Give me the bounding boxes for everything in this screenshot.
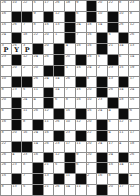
code-number: 11 [76, 185, 80, 189]
code-number: 8 [130, 120, 132, 124]
code-number: 26 [34, 77, 38, 81]
code-number: 12 [23, 55, 27, 59]
code-number: 8 [119, 1, 121, 5]
code-number: 14 [119, 44, 123, 48]
white-cell-r8c1[interactable]: 10 [1, 77, 11, 87]
white-cell-r14c11[interactable]: 17 [108, 142, 118, 152]
white-cell-r14c5[interactable]: 26 [44, 142, 54, 152]
code-number: 8 [34, 23, 36, 27]
code-number: 11 [66, 174, 70, 178]
white-cell-r12c5[interactable]: 11 [44, 120, 54, 130]
white-cell-r7c10[interactable]: 2 [97, 66, 107, 76]
white-cell-r16c13[interactable]: 17 [129, 163, 139, 173]
code-number: 14 [55, 88, 59, 92]
white-cell-r10c6[interactable]: 6 [54, 98, 64, 108]
white-cell-r13c3[interactable]: 16 [22, 131, 32, 141]
code-number: 8 [66, 98, 68, 102]
white-cell-r14c4[interactable]: 14 [33, 142, 43, 152]
code-number: 5 [87, 185, 89, 189]
white-cell-r7c7[interactable]: 1 [65, 66, 75, 76]
white-cell-r4c6[interactable]: 1 [54, 33, 64, 43]
white-cell-r4c8[interactable]: 7 [76, 33, 86, 43]
white-cell-r1c2[interactable]: 10 [12, 1, 22, 11]
code-number: 17 [108, 142, 112, 146]
code-number: 20 [98, 1, 102, 5]
white-cell-r1c13[interactable]: 23 [129, 1, 139, 11]
white-cell-r4c4[interactable]: 22 [33, 33, 43, 43]
white-cell-r1c7[interactable]: 18 [65, 1, 75, 11]
white-cell-r3c9[interactable]: 18 [87, 23, 97, 33]
black-cell-r2c2 [12, 12, 22, 22]
code-number: 22 [87, 131, 91, 135]
white-cell-r3c4[interactable]: 8 [33, 23, 43, 33]
white-cell-r17c11[interactable]: 8 [108, 174, 118, 184]
white-cell-r11c3[interactable]: 11 [22, 109, 32, 119]
black-cell-r2c11 [108, 12, 118, 22]
code-number: 6 [76, 163, 78, 167]
white-cell-r18c7[interactable]: 14 [65, 185, 75, 195]
code-number: 15 [44, 23, 48, 27]
white-cell-r10c9[interactable]: 10 [87, 98, 97, 108]
black-cell-r3c7 [65, 23, 75, 33]
code-number: 2 [87, 174, 89, 178]
code-number: 18 [23, 33, 27, 37]
code-number: 16 [2, 120, 6, 124]
code-number: 20 [87, 88, 91, 92]
white-cell-r12c8[interactable]: 12 [76, 120, 86, 130]
code-number: 7 [76, 33, 78, 37]
white-cell-r16c8[interactable]: 6 [76, 163, 86, 173]
black-cell-r17c12 [119, 174, 129, 184]
white-cell-r1c5[interactable]: 17 [44, 1, 54, 11]
code-number: 26 [108, 88, 112, 92]
code-number: 18 [87, 23, 91, 27]
white-cell-r11c1[interactable]: 6 [1, 109, 11, 119]
white-cell-r16c9[interactable]: 2 [87, 163, 97, 173]
white-cell-r3c5[interactable]: 15 [44, 23, 54, 33]
white-cell-r10c7[interactable]: 8 [65, 98, 75, 108]
white-cell-r11c7[interactable]: 15 [65, 109, 75, 119]
code-number: 24 [87, 66, 91, 70]
white-cell-r14c7[interactable]: 17 [65, 142, 75, 152]
white-cell-r8c5[interactable]: 24 [44, 77, 54, 87]
white-cell-r12c13[interactable]: 8 [129, 120, 139, 130]
black-cell-r2c5 [44, 12, 54, 22]
code-number: 17 [44, 1, 48, 5]
white-cell-r5c5[interactable]: 20 [44, 44, 54, 54]
white-cell-r7c9[interactable]: 24 [87, 66, 97, 76]
code-number: 7 [23, 23, 25, 27]
white-cell-r3c12[interactable]: 26 [119, 23, 129, 33]
white-cell-r6c13[interactable]: 14 [129, 55, 139, 65]
code-number: 12 [55, 153, 59, 157]
white-cell-r14c9[interactable]: 20 [87, 142, 97, 152]
white-cell-r18c5[interactable]: 21 [44, 185, 54, 195]
white-cell-r10c1[interactable]: 20 [1, 98, 11, 108]
black-cell-r17c8 [76, 174, 86, 184]
white-cell-r13c2[interactable]: 20 [12, 131, 22, 141]
code-number: 20 [108, 185, 112, 189]
white-cell-r12c9[interactable]: 20 [87, 120, 97, 130]
white-cell-r12c7[interactable]: 10 [65, 120, 75, 130]
white-cell-r16c11[interactable]: 15 [108, 163, 118, 173]
white-cell-r1c3[interactable]: 22 [22, 1, 32, 11]
white-cell-r7c13[interactable]: 19 [129, 66, 139, 76]
code-number: 16 [87, 44, 91, 48]
code-number: 13 [130, 44, 134, 48]
white-cell-r7c2[interactable]: 20 [12, 66, 22, 76]
code-number: 11 [44, 120, 48, 124]
white-cell-r3c3[interactable]: 7 [22, 23, 32, 33]
white-cell-r16c1[interactable]: 26 [1, 163, 11, 173]
white-cell-r5c3[interactable]: 3P [22, 44, 32, 54]
white-cell-r9c4[interactable]: 11 [33, 88, 43, 98]
code-number: 15 [2, 174, 6, 178]
white-cell-r18c11[interactable]: 20 [108, 185, 118, 195]
white-cell-r4c11[interactable]: 5 [108, 33, 118, 43]
white-cell-r10c4[interactable]: 4 [33, 98, 43, 108]
white-cell-r2c12[interactable]: 10 [119, 12, 129, 22]
black-cell-r9c5 [44, 88, 54, 98]
white-cell-r13c5[interactable]: 16 [44, 131, 54, 141]
white-cell-r16c5[interactable]: 21 [44, 163, 54, 173]
code-number: 26 [55, 185, 59, 189]
white-cell-r16c3[interactable]: 8 [22, 163, 32, 173]
white-cell-r10c10[interactable]: 23 [97, 98, 107, 108]
code-number: 13 [44, 174, 48, 178]
white-cell-r6c10[interactable]: 5 [97, 55, 107, 65]
white-cell-r5c7[interactable]: 4 [65, 44, 75, 54]
code-number: 10 [66, 120, 70, 124]
white-cell-r18c1[interactable]: 8 [1, 185, 11, 195]
white-cell-r18c2[interactable]: 13 [12, 185, 22, 195]
white-cell-r16c12[interactable]: 14 [119, 163, 129, 173]
white-cell-r14c8[interactable]: 11 [76, 142, 86, 152]
code-number: 4 [66, 44, 68, 48]
white-cell-r9c7[interactable]: 7 [65, 88, 75, 98]
white-cell-r2c13[interactable]: 8 [129, 12, 139, 22]
white-cell-r6c1[interactable]: 23 [1, 55, 11, 65]
code-number: 19 [130, 66, 134, 70]
white-cell-r13c7[interactable]: 23 [65, 131, 75, 141]
black-cell-r11c12 [119, 109, 129, 119]
white-cell-r12c6[interactable]: 26 [54, 120, 64, 130]
white-cell-r18c8[interactable]: 11 [76, 185, 86, 195]
white-cell-r16c6[interactable]: 5 [54, 163, 64, 173]
code-number: 10 [2, 77, 6, 81]
white-cell-r17c3[interactable]: 7 [22, 174, 32, 184]
code-number: 20 [66, 55, 70, 59]
white-cell-r17c13[interactable]: 4 [129, 174, 139, 184]
given-letter: Y [12, 46, 22, 54]
code-number: 14 [34, 142, 38, 146]
code-number: 15 [130, 98, 134, 102]
white-cell-r5c9[interactable]: 16 [87, 44, 97, 54]
code-number: 11 [23, 109, 27, 113]
white-cell-r6c12[interactable]: 6 [119, 55, 129, 65]
white-cell-r5c8[interactable]: 16 [76, 44, 86, 54]
black-cell-r11c2 [12, 109, 22, 119]
black-cell-r13c10 [97, 131, 107, 141]
white-cell-r12c11[interactable]: 6 [108, 120, 118, 130]
white-cell-r13c4[interactable]: 24 [33, 131, 43, 141]
code-number: 4 [119, 142, 121, 146]
white-cell-r15c2[interactable]: 4 [12, 153, 22, 163]
white-cell-r14c12[interactable]: 4 [119, 142, 129, 152]
code-number: 5 [23, 88, 25, 92]
code-number: 14 [119, 88, 123, 92]
code-number: 1 [55, 33, 57, 37]
white-cell-r6c9[interactable]: 16 [87, 55, 97, 65]
white-cell-r7c4[interactable]: 20 [33, 66, 43, 76]
white-cell-r11c13[interactable]: 6 [129, 109, 139, 119]
white-cell-r10c12[interactable]: 18 [119, 98, 129, 108]
white-cell-r2c6[interactable]: 12 [54, 12, 64, 22]
black-cell-r4c10 [97, 33, 107, 43]
code-number: 24 [98, 109, 102, 113]
white-cell-r18c6[interactable]: 26 [54, 185, 64, 195]
code-number: 8 [2, 88, 4, 92]
white-cell-r5c13[interactable]: 13 [129, 44, 139, 54]
white-cell-r3c13[interactable]: 12 [129, 23, 139, 33]
white-cell-r12c12[interactable]: 12 [119, 120, 129, 130]
white-cell-r9c8[interactable]: 15 [76, 88, 86, 98]
white-cell-r18c12[interactable]: 17 [119, 185, 129, 195]
white-cell-r3c8[interactable]: 24 [76, 23, 86, 33]
code-number: 16 [87, 109, 91, 113]
code-number: 15 [2, 23, 6, 27]
white-cell-r5c2[interactable]: 25Y [12, 44, 22, 54]
white-cell-r16c2[interactable]: 23 [12, 163, 22, 173]
white-cell-r1c4[interactable]: 5 [33, 1, 43, 11]
white-cell-r7c3[interactable]: 2 [22, 66, 32, 76]
code-number: 4 [34, 98, 36, 102]
code-number: 8 [87, 77, 89, 81]
code-number: 2 [87, 163, 89, 167]
black-cell-r10c11 [108, 98, 118, 108]
code-number: 20 [12, 66, 16, 70]
white-cell-r9c9[interactable]: 20 [87, 88, 97, 98]
white-cell-r6c4[interactable]: 24 [33, 55, 43, 65]
white-cell-r7c1[interactable]: 8 [1, 66, 11, 76]
white-cell-r15c11[interactable]: 24 [108, 153, 118, 163]
white-cell-r9c3[interactable]: 5 [22, 88, 32, 98]
code-number: 15 [66, 109, 70, 113]
white-cell-r4c9[interactable]: 16 [87, 33, 97, 43]
black-cell-r8c3 [22, 77, 32, 87]
white-cell-r9c13[interactable]: 24 [129, 88, 139, 98]
white-cell-r10c3[interactable]: 24 [22, 98, 32, 108]
black-cell-r2c3 [22, 12, 32, 22]
black-cell-r4c7 [65, 33, 75, 43]
black-cell-r8c8 [76, 77, 86, 87]
black-cell-r7c5 [44, 66, 54, 76]
white-cell-r18c13[interactable]: 12 [129, 185, 139, 195]
white-cell-r12c1[interactable]: 16 [1, 120, 11, 130]
code-number: 26 [34, 109, 38, 113]
code-number: 20 [87, 120, 91, 124]
black-cell-r9c10 [97, 88, 107, 98]
white-cell-r7c12[interactable]: 15 [119, 66, 129, 76]
code-number: 26 [119, 23, 123, 27]
white-cell-r15c13[interactable]: 26 [129, 153, 139, 163]
black-cell-r3c11 [108, 23, 118, 33]
black-cell-r4c2 [12, 33, 22, 43]
code-number: 16 [34, 153, 38, 157]
white-cell-r11c5[interactable]: 12 [44, 109, 54, 119]
white-cell-r11c11[interactable]: 4 [108, 109, 118, 119]
white-cell-r11c9[interactable]: 16 [87, 109, 97, 119]
black-cell-r5c4 [33, 44, 43, 54]
white-cell-r14c10[interactable]: 24 [97, 142, 107, 152]
white-cell-r2c1[interactable]: 16 [1, 12, 11, 22]
white-cell-r8c6[interactable]: 14 [54, 77, 64, 87]
black-cell-r7c6 [54, 66, 64, 76]
white-cell-r10c13[interactable]: 15 [129, 98, 139, 108]
code-number: 14 [130, 55, 134, 59]
white-cell-r15c4[interactable]: 16 [33, 153, 43, 163]
white-cell-r2c8[interactable]: 6 [76, 12, 86, 22]
white-cell-r15c6[interactable]: 12 [54, 153, 64, 163]
code-number: 2 [98, 66, 100, 70]
white-cell-r14c1[interactable]: 22 [1, 142, 11, 152]
black-cell-r17c6 [54, 174, 64, 184]
white-cell-r2c10[interactable]: 10 [97, 12, 107, 22]
code-number: 24 [76, 23, 80, 27]
white-cell-r17c5[interactable]: 13 [44, 174, 54, 184]
white-cell-r7c8[interactable]: 15 [76, 66, 86, 76]
white-cell-r11c10[interactable]: 24 [97, 109, 107, 119]
code-number: 17 [130, 163, 134, 167]
white-cell-r15c1[interactable]: 26 [1, 153, 11, 163]
black-cell-r11c6 [54, 109, 64, 119]
code-number: 13 [12, 185, 16, 189]
white-cell-r8c13[interactable]: 17 [129, 77, 139, 87]
white-cell-r13c12[interactable]: 11 [119, 131, 129, 141]
white-cell-r13c11[interactable]: 4 [108, 131, 118, 141]
white-cell-r5c1[interactable]: 3P [1, 44, 11, 54]
white-cell-r5c12[interactable]: 14 [119, 44, 129, 54]
white-cell-r15c9[interactable]: 20 [87, 153, 97, 163]
code-number: 12 [44, 109, 48, 113]
white-cell-r9c6[interactable]: 14 [54, 88, 64, 98]
code-number: 16 [2, 12, 6, 16]
white-cell-r1c1[interactable]: 26 [1, 1, 11, 11]
white-cell-r17c10[interactable]: 16 [97, 174, 107, 184]
white-cell-r11c4[interactable]: 26 [33, 109, 43, 119]
white-cell-r13c9[interactable]: 22 [87, 131, 97, 141]
code-number: 23 [2, 55, 6, 59]
white-cell-r9c1[interactable]: 8 [1, 88, 11, 98]
black-cell-r6c11 [108, 55, 118, 65]
code-number: 16 [23, 131, 27, 135]
white-cell-r13c1[interactable]: 8 [1, 131, 11, 141]
code-number: 20 [44, 33, 48, 37]
code-number: 8 [130, 12, 132, 16]
white-cell-r4c3[interactable]: 18 [22, 33, 32, 43]
code-number: 24 [2, 33, 6, 37]
code-number: 23 [12, 163, 16, 167]
code-number: 26 [2, 1, 6, 5]
white-cell-r3c6[interactable]: 13 [54, 23, 64, 33]
white-cell-r3c2[interactable]: 26 [12, 23, 22, 33]
code-number: 7 [66, 88, 68, 92]
white-cell-r13c13[interactable]: 17 [129, 131, 139, 141]
code-number: 13 [55, 23, 59, 27]
white-cell-r18c9[interactable]: 5 [87, 185, 97, 195]
codeword-grid: 2610225172618920228231691261010815267815… [0, 0, 140, 196]
white-cell-r12c3[interactable]: 8 [22, 120, 32, 130]
white-cell-r1c8[interactable]: 9 [76, 1, 86, 11]
code-number: 26 [130, 33, 134, 37]
white-cell-r6c5[interactable]: 26 [44, 55, 54, 65]
white-cell-r9c11[interactable]: 26 [108, 88, 118, 98]
white-cell-r4c1[interactable]: 24 [1, 33, 11, 43]
black-cell-r10c5 [44, 98, 54, 108]
code-number: 24 [108, 153, 112, 157]
code-number: 24 [130, 88, 134, 92]
white-cell-r17c7[interactable]: 11 [65, 174, 75, 184]
black-cell-r10c2 [12, 98, 22, 108]
white-cell-r3c10[interactable]: 14 [97, 23, 107, 33]
white-cell-r7c11[interactable]: 23 [108, 66, 118, 76]
white-cell-r5c11[interactable]: 21 [108, 44, 118, 54]
given-letter: P [22, 46, 32, 54]
white-cell-r6c3[interactable]: 12 [22, 55, 32, 65]
white-cell-r4c13[interactable]: 26 [129, 33, 139, 43]
white-cell-r15c3[interactable]: 23 [22, 153, 32, 163]
code-number: 24 [34, 131, 38, 135]
white-cell-r17c1[interactable]: 15 [1, 174, 11, 184]
black-cell-r17c2 [12, 174, 22, 184]
white-cell-r9c12[interactable]: 14 [119, 88, 129, 98]
white-cell-r9c2[interactable]: 23 [12, 88, 22, 98]
code-number: 6 [108, 120, 110, 124]
code-number: 16 [76, 98, 80, 102]
white-cell-r1c6[interactable]: 26 [54, 1, 64, 11]
code-number: 8 [2, 131, 4, 135]
black-cell-r13c8 [76, 131, 86, 141]
code-number: 15 [119, 66, 123, 70]
code-number: 16 [87, 33, 91, 37]
white-cell-r1c10[interactable]: 20 [97, 1, 107, 11]
white-cell-r15c8[interactable]: 9 [76, 153, 86, 163]
black-cell-r12c2 [12, 120, 22, 130]
white-cell-r1c12[interactable]: 8 [119, 1, 129, 11]
white-cell-r18c3[interactable]: 5 [22, 185, 32, 195]
code-number: 26 [44, 142, 48, 146]
white-cell-r8c11[interactable]: 13 [108, 77, 118, 87]
white-cell-r8c4[interactable]: 26 [33, 77, 43, 87]
white-cell-r10c8[interactable]: 16 [76, 98, 86, 108]
code-number: 17 [130, 131, 134, 135]
code-number: 8 [23, 120, 25, 124]
code-number: 1 [66, 66, 68, 70]
white-cell-r8c9[interactable]: 8 [87, 77, 97, 87]
white-cell-r1c11[interactable]: 22 [108, 1, 118, 11]
white-cell-r4c5[interactable]: 20 [44, 33, 54, 43]
white-cell-r3c1[interactable]: 15 [1, 23, 11, 33]
white-cell-r8c7[interactable]: 26 [65, 77, 75, 87]
white-cell-r6c7[interactable]: 20 [65, 55, 75, 65]
white-cell-r17c9[interactable]: 2 [87, 174, 97, 184]
black-cell-r16c7 [65, 163, 75, 173]
code-number: 22 [23, 1, 27, 5]
white-cell-r14c6[interactable]: 23 [54, 142, 64, 152]
white-cell-r14c13[interactable]: 18 [129, 142, 139, 152]
code-number: 16 [44, 131, 48, 135]
white-cell-r2c4[interactable]: 9 [33, 12, 43, 22]
